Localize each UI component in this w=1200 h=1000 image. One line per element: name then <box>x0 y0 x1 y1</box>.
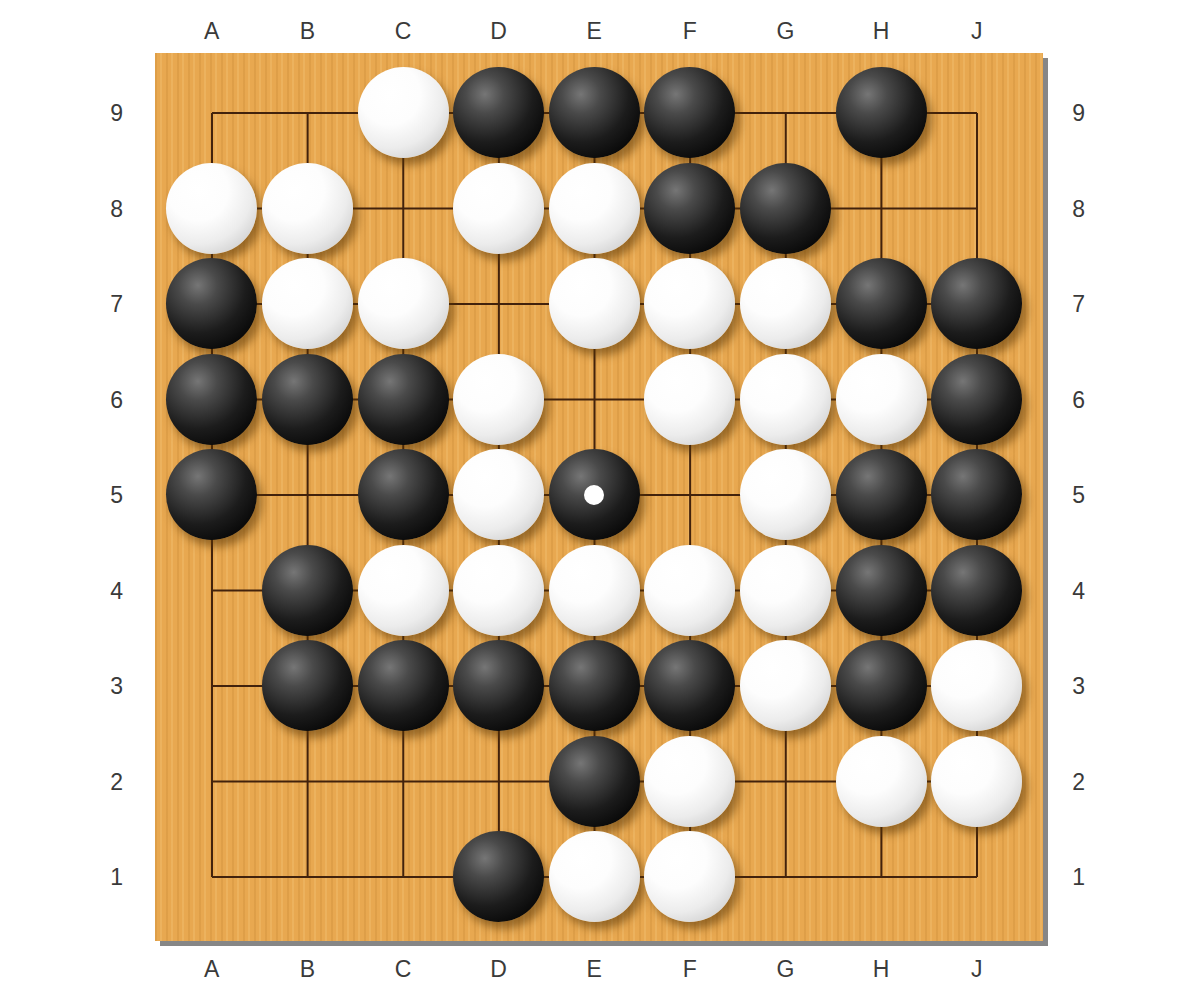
black-stone-H4 <box>836 545 927 636</box>
point-H9[interactable] <box>833 65 929 161</box>
point-C6[interactable] <box>355 352 451 448</box>
point-G3[interactable] <box>738 638 834 734</box>
point-J2[interactable] <box>929 734 1025 830</box>
white-stone-H6 <box>836 354 927 445</box>
point-B3[interactable] <box>260 638 356 734</box>
point-E5[interactable] <box>547 447 643 543</box>
point-B8[interactable] <box>260 161 356 257</box>
white-stone-D5 <box>453 449 544 540</box>
white-stone-D8 <box>453 163 544 254</box>
white-stone-E8 <box>549 163 640 254</box>
point-B5[interactable] <box>260 447 356 543</box>
white-stone-F7 <box>644 258 735 349</box>
point-H5[interactable] <box>833 447 929 543</box>
point-D1[interactable] <box>451 829 547 925</box>
last-move-circle-marker <box>584 485 604 505</box>
point-D7[interactable] <box>451 256 547 352</box>
column-label-top-D: D <box>490 20 507 43</box>
row-label-left-3: 3 <box>110 675 123 698</box>
white-stone-C4 <box>358 545 449 636</box>
point-A3[interactable] <box>164 638 260 734</box>
black-stone-H7 <box>836 258 927 349</box>
black-stone-D1 <box>453 831 544 922</box>
black-stone-F3 <box>644 640 735 731</box>
point-C4[interactable] <box>355 543 451 639</box>
row-label-right-5: 5 <box>1072 484 1085 507</box>
black-stone-A5 <box>166 449 257 540</box>
column-label-bottom-C: C <box>395 958 412 981</box>
column-label-top-F: F <box>683 20 698 43</box>
column-label-bottom-A: A <box>204 958 220 981</box>
white-stone-D6 <box>453 354 544 445</box>
point-C5[interactable] <box>355 447 451 543</box>
black-stone-D9 <box>453 67 544 158</box>
point-A6[interactable] <box>164 352 260 448</box>
point-B7[interactable] <box>260 256 356 352</box>
point-H8[interactable] <box>833 161 929 257</box>
white-stone-F1 <box>644 831 735 922</box>
point-F9[interactable] <box>642 65 738 161</box>
point-H6[interactable] <box>833 352 929 448</box>
point-J9[interactable] <box>929 65 1025 161</box>
point-E8[interactable] <box>547 161 643 257</box>
point-G4[interactable] <box>738 543 834 639</box>
point-F8[interactable] <box>642 161 738 257</box>
row-label-left-4: 4 <box>110 579 123 602</box>
white-stone-D4 <box>453 545 544 636</box>
column-label-bottom-J: J <box>971 958 983 981</box>
point-J3[interactable] <box>929 638 1025 734</box>
black-stone-C5 <box>358 449 449 540</box>
point-A4[interactable] <box>164 543 260 639</box>
white-stone-A8 <box>166 163 257 254</box>
point-J6[interactable] <box>929 352 1025 448</box>
point-B4[interactable] <box>260 543 356 639</box>
point-B6[interactable] <box>260 352 356 448</box>
black-stone-J5 <box>931 449 1022 540</box>
point-H3[interactable] <box>833 638 929 734</box>
column-label-bottom-G: G <box>777 958 795 981</box>
point-C3[interactable] <box>355 638 451 734</box>
point-F2[interactable] <box>642 734 738 830</box>
white-stone-G3 <box>740 640 831 731</box>
white-stone-E1 <box>549 831 640 922</box>
point-D9[interactable] <box>451 65 547 161</box>
row-label-left-8: 8 <box>110 197 123 220</box>
point-C9[interactable] <box>355 65 451 161</box>
point-J7[interactable] <box>929 256 1025 352</box>
white-stone-G6 <box>740 354 831 445</box>
point-F1[interactable] <box>642 829 738 925</box>
black-stone-C6 <box>358 354 449 445</box>
column-label-bottom-D: D <box>490 958 507 981</box>
point-E4[interactable] <box>547 543 643 639</box>
point-D6[interactable] <box>451 352 547 448</box>
point-H2[interactable] <box>833 734 929 830</box>
white-stone-J2 <box>931 736 1022 827</box>
white-stone-J3 <box>931 640 1022 731</box>
white-stone-G4 <box>740 545 831 636</box>
white-stone-C7 <box>358 258 449 349</box>
row-label-right-1: 1 <box>1072 866 1085 889</box>
point-D3[interactable] <box>451 638 547 734</box>
black-stone-B3 <box>262 640 353 731</box>
black-stone-A7 <box>166 258 257 349</box>
black-stone-G8 <box>740 163 831 254</box>
point-G7[interactable] <box>738 256 834 352</box>
row-label-right-8: 8 <box>1072 197 1085 220</box>
point-J5[interactable] <box>929 447 1025 543</box>
point-D4[interactable] <box>451 543 547 639</box>
column-label-top-J: J <box>971 20 983 43</box>
row-label-right-6: 6 <box>1072 388 1085 411</box>
point-F5[interactable] <box>642 447 738 543</box>
point-E6[interactable] <box>547 352 643 448</box>
go-board <box>155 53 1043 941</box>
white-stone-C9 <box>358 67 449 158</box>
white-stone-F4 <box>644 545 735 636</box>
point-C1[interactable] <box>355 829 451 925</box>
point-G2[interactable] <box>738 734 834 830</box>
row-label-right-9: 9 <box>1072 102 1085 125</box>
row-label-left-7: 7 <box>110 293 123 316</box>
column-label-top-G: G <box>777 20 795 43</box>
black-stone-J7 <box>931 258 1022 349</box>
white-stone-F6 <box>644 354 735 445</box>
point-E9[interactable] <box>547 65 643 161</box>
point-C7[interactable] <box>355 256 451 352</box>
row-label-right-2: 2 <box>1072 770 1085 793</box>
point-G8[interactable] <box>738 161 834 257</box>
point-G6[interactable] <box>738 352 834 448</box>
white-stone-H2 <box>836 736 927 827</box>
point-A1[interactable] <box>164 829 260 925</box>
point-A8[interactable] <box>164 161 260 257</box>
point-G5[interactable] <box>738 447 834 543</box>
point-E1[interactable] <box>547 829 643 925</box>
white-stone-G7 <box>740 258 831 349</box>
white-stone-B7 <box>262 258 353 349</box>
column-label-bottom-F: F <box>683 958 698 981</box>
point-H7[interactable] <box>833 256 929 352</box>
black-stone-J4 <box>931 545 1022 636</box>
point-J1[interactable] <box>929 829 1025 925</box>
black-stone-A6 <box>166 354 257 445</box>
black-stone-H3 <box>836 640 927 731</box>
point-F7[interactable] <box>642 256 738 352</box>
board-intersections <box>164 65 1025 925</box>
row-label-left-2: 2 <box>110 770 123 793</box>
black-stone-F9 <box>644 67 735 158</box>
black-stone-E9 <box>549 67 640 158</box>
white-stone-B8 <box>262 163 353 254</box>
point-D2[interactable] <box>451 734 547 830</box>
point-A9[interactable] <box>164 65 260 161</box>
black-stone-B6 <box>262 354 353 445</box>
point-F6[interactable] <box>642 352 738 448</box>
white-stone-E4 <box>549 545 640 636</box>
black-stone-C3 <box>358 640 449 731</box>
column-label-top-A: A <box>204 20 220 43</box>
white-stone-E7 <box>549 258 640 349</box>
point-J4[interactable] <box>929 543 1025 639</box>
black-stone-H5 <box>836 449 927 540</box>
white-stone-G5 <box>740 449 831 540</box>
point-F3[interactable] <box>642 638 738 734</box>
row-label-right-3: 3 <box>1072 675 1085 698</box>
column-label-top-B: B <box>300 20 316 43</box>
point-A2[interactable] <box>164 734 260 830</box>
black-stone-E2 <box>549 736 640 827</box>
row-label-left-9: 9 <box>110 102 123 125</box>
black-stone-H9 <box>836 67 927 158</box>
column-label-bottom-H: H <box>873 958 890 981</box>
black-stone-B4 <box>262 545 353 636</box>
row-label-left-1: 1 <box>110 866 123 889</box>
point-C8[interactable] <box>355 161 451 257</box>
black-stone-D3 <box>453 640 544 731</box>
column-label-bottom-B: B <box>300 958 316 981</box>
row-label-right-4: 4 <box>1072 579 1085 602</box>
point-E7[interactable] <box>547 256 643 352</box>
point-H4[interactable] <box>833 543 929 639</box>
point-E2[interactable] <box>547 734 643 830</box>
point-E3[interactable] <box>547 638 643 734</box>
row-label-right-7: 7 <box>1072 293 1085 316</box>
point-G1[interactable] <box>738 829 834 925</box>
point-D8[interactable] <box>451 161 547 257</box>
point-H1[interactable] <box>833 829 929 925</box>
point-B1[interactable] <box>260 829 356 925</box>
point-B2[interactable] <box>260 734 356 830</box>
point-B9[interactable] <box>260 65 356 161</box>
page-background: AABBCCDDEEFFGGHHJJ998877665544332211 <box>0 0 1200 1000</box>
point-A7[interactable] <box>164 256 260 352</box>
row-label-left-5: 5 <box>110 484 123 507</box>
point-C2[interactable] <box>355 734 451 830</box>
column-label-top-H: H <box>873 20 890 43</box>
black-stone-E5 <box>549 449 640 540</box>
black-stone-E3 <box>549 640 640 731</box>
black-stone-F8 <box>644 163 735 254</box>
white-stone-F2 <box>644 736 735 827</box>
point-G9[interactable] <box>738 65 834 161</box>
column-label-top-E: E <box>587 20 603 43</box>
black-stone-J6 <box>931 354 1022 445</box>
point-J8[interactable] <box>929 161 1025 257</box>
point-A5[interactable] <box>164 447 260 543</box>
row-label-left-6: 6 <box>110 388 123 411</box>
column-label-bottom-E: E <box>587 958 603 981</box>
point-F4[interactable] <box>642 543 738 639</box>
point-D5[interactable] <box>451 447 547 543</box>
column-label-top-C: C <box>395 20 412 43</box>
